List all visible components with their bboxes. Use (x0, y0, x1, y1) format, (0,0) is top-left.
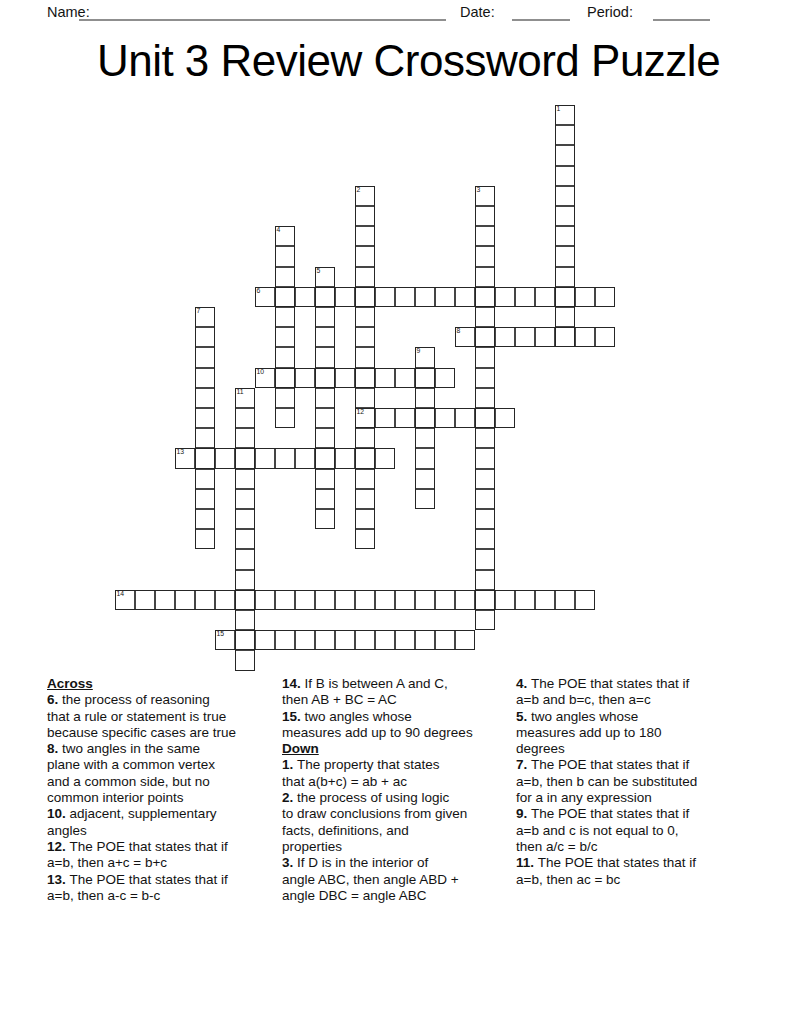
clue-number-13: 13 (177, 449, 185, 456)
cell-r12-c12[interactable] (355, 347, 375, 367)
cell-r13-c15[interactable] (415, 368, 435, 388)
cell-r15-c10[interactable] (315, 408, 335, 428)
cell-r24-c20[interactable] (515, 590, 535, 610)
clue-number-7: 7 (197, 308, 201, 315)
clue-1: 1. The property that states that a(b+c) … (282, 757, 516, 790)
cell-r10-c22[interactable] (555, 307, 575, 327)
cell-r11-c4[interactable] (195, 327, 215, 347)
cell-r8-c8[interactable] (275, 267, 295, 287)
cell-r13-c13[interactable] (375, 368, 395, 388)
cell-r20-c6[interactable] (235, 509, 255, 529)
cell-r18-c6[interactable] (235, 469, 255, 489)
cell-r17-c12[interactable] (355, 448, 375, 468)
cell-r17-c5[interactable] (215, 448, 235, 468)
clue-9: 9. The POE that states that if a=b and c… (516, 806, 756, 855)
cell-r18-c10[interactable] (315, 469, 335, 489)
cell-r24-c19[interactable] (495, 590, 515, 610)
cell-r10-c10[interactable] (315, 307, 335, 327)
cell-r26-c6[interactable] (235, 630, 255, 650)
cell-r24-c1[interactable] (135, 590, 155, 610)
cell-r16-c12[interactable] (355, 428, 375, 448)
down-heading: Down (282, 741, 516, 757)
cell-r13-c16[interactable] (435, 368, 455, 388)
cell-r24-c21[interactable] (535, 590, 555, 610)
cell-r21-c12[interactable] (355, 529, 375, 549)
cell-r17-c11[interactable] (335, 448, 355, 468)
cell-r26-c7[interactable] (255, 630, 275, 650)
cell-r13-c14[interactable] (395, 368, 415, 388)
cell-r17-c10[interactable] (315, 448, 335, 468)
cell-r9-c14[interactable] (395, 287, 415, 307)
cell-r17-c6[interactable] (235, 448, 255, 468)
worksheet-page: Name: Date: Period: Unit 3 Review Crossw… (0, 0, 791, 1024)
clue-5: 5. two angles whose measures add up to 1… (516, 709, 756, 758)
cell-r17-c4[interactable] (195, 448, 215, 468)
cell-r24-c15[interactable] (415, 590, 435, 610)
cell-r12-c8[interactable] (275, 347, 295, 367)
cell-r17-c18[interactable] (475, 448, 495, 468)
cell-r5-c22[interactable] (555, 206, 575, 226)
date-label: Date: (460, 4, 495, 20)
cell-r15-c17[interactable] (455, 408, 475, 428)
page-title: Unit 3 Review Crossword Puzzle (13, 36, 791, 86)
cell-r13-c8[interactable] (275, 368, 295, 388)
cell-r5-c18[interactable] (475, 206, 495, 226)
cell-r22-c6[interactable] (235, 549, 255, 569)
cell-r11-c19[interactable] (495, 327, 515, 347)
cell-r8-c22[interactable] (555, 267, 575, 287)
cell-r23-c6[interactable] (235, 570, 255, 590)
across-heading: Across (47, 676, 279, 692)
cell-r13-c10[interactable] (315, 368, 335, 388)
cell-r9-c9[interactable] (295, 287, 315, 307)
cell-r26-c12[interactable] (355, 630, 375, 650)
cell-r17-c9[interactable] (295, 448, 315, 468)
cell-r15-c16[interactable] (435, 408, 455, 428)
cell-r15-c8[interactable] (275, 408, 295, 428)
cell-r25-c18[interactable] (475, 610, 495, 630)
cell-r24-c22[interactable] (555, 590, 575, 610)
cell-r26-c11[interactable] (335, 630, 355, 650)
cell-r10-c18[interactable] (475, 307, 495, 327)
cell-r19-c10[interactable] (315, 489, 335, 509)
clues-column-3: 4. The POE that states that if a=b and b… (516, 676, 756, 888)
cell-r26-c16[interactable] (435, 630, 455, 650)
cell-r24-c8[interactable] (275, 590, 295, 610)
cell-r15-c6[interactable] (235, 408, 255, 428)
cell-r17-c15[interactable] (415, 448, 435, 468)
cell-r19-c6[interactable] (235, 489, 255, 509)
period-blank-line (653, 3, 710, 21)
cell-r9-c23[interactable] (575, 287, 595, 307)
cell-r25-c6[interactable] (235, 610, 255, 630)
cell-r17-c13[interactable] (375, 448, 395, 468)
cell-r14-c12[interactable] (355, 388, 375, 408)
cell-r19-c4[interactable] (195, 489, 215, 509)
cell-r26-c15[interactable] (415, 630, 435, 650)
cell-r16-c15[interactable] (415, 428, 435, 448)
cell-r11-c12[interactable] (355, 327, 375, 347)
cell-r13-c12[interactable] (355, 368, 375, 388)
clue-number-4: 4 (277, 227, 281, 234)
cell-r26-c13[interactable] (375, 630, 395, 650)
clue-12: 12. The POE that states that if a=b, the… (47, 839, 279, 872)
cell-r13-c4[interactable] (195, 368, 215, 388)
cell-r9-c10[interactable] (315, 287, 335, 307)
cell-r2-c22[interactable] (555, 145, 575, 165)
clues-column-1: Across6. the process of reasoning that a… (47, 676, 279, 904)
cell-r9-c21[interactable] (535, 287, 555, 307)
cell-r17-c7[interactable] (255, 448, 275, 468)
cell-r15-c19[interactable] (495, 408, 515, 428)
cell-r9-c12[interactable] (355, 287, 375, 307)
cell-r9-c16[interactable] (435, 287, 455, 307)
cell-r11-c8[interactable] (275, 327, 295, 347)
clues-column-2: 14. If B is between A and C, then AB + B… (282, 676, 516, 904)
cell-r6-c18[interactable] (475, 226, 495, 246)
cell-r23-c18[interactable] (475, 570, 495, 590)
cell-r11-c24[interactable] (595, 327, 615, 347)
clue-2: 2. the process of using logic to draw co… (282, 790, 516, 855)
cell-r5-c12[interactable] (355, 206, 375, 226)
clue-11: 11. The POE that states that if a=b, the… (516, 855, 756, 888)
cell-r13-c18[interactable] (475, 368, 495, 388)
cell-r10-c12[interactable] (355, 307, 375, 327)
cell-r8-c12[interactable] (355, 267, 375, 287)
cell-r15-c14[interactable] (395, 408, 415, 428)
cell-r19-c15[interactable] (415, 489, 435, 509)
clue-13: 13. The POE that states that if a=b, the… (47, 872, 279, 905)
cell-r11-c18[interactable] (475, 327, 495, 347)
cell-r24-c6[interactable] (235, 590, 255, 610)
cell-r11-c21[interactable] (535, 327, 555, 347)
clue-number-9: 9 (417, 348, 421, 355)
cell-r22-c18[interactable] (475, 549, 495, 569)
cell-r24-c17[interactable] (455, 590, 475, 610)
cell-r26-c10[interactable] (315, 630, 335, 650)
cell-r14-c4[interactable] (195, 388, 215, 408)
cell-r6-c12[interactable] (355, 226, 375, 246)
cell-r7-c22[interactable] (555, 246, 575, 266)
name-blank-line (79, 3, 446, 21)
cell-r18-c4[interactable] (195, 469, 215, 489)
cell-r9-c8[interactable] (275, 287, 295, 307)
cell-r20-c12[interactable] (355, 509, 375, 529)
cell-r7-c12[interactable] (355, 246, 375, 266)
cell-r9-c20[interactable] (515, 287, 535, 307)
clue-14: 14. If B is between A and C, then AB + B… (282, 676, 516, 709)
cell-r9-c22[interactable] (555, 287, 575, 307)
cell-r11-c20[interactable] (515, 327, 535, 347)
cell-r24-c16[interactable] (435, 590, 455, 610)
cell-r7-c18[interactable] (475, 246, 495, 266)
cell-r14-c10[interactable] (315, 388, 335, 408)
cell-r15-c18[interactable] (475, 408, 495, 428)
cell-r3-c22[interactable] (555, 166, 575, 186)
cell-r16-c4[interactable] (195, 428, 215, 448)
cell-r16-c10[interactable] (315, 428, 335, 448)
clue-number-6: 6 (257, 288, 261, 295)
cell-r24-c11[interactable] (335, 590, 355, 610)
cell-r13-c9[interactable] (295, 368, 315, 388)
cell-r24-c12[interactable] (355, 590, 375, 610)
cell-r20-c4[interactable] (195, 509, 215, 529)
clue-15: 15. two angles whose measures add up to … (282, 709, 516, 742)
cell-r20-c18[interactable] (475, 509, 495, 529)
cell-r19-c12[interactable] (355, 489, 375, 509)
cell-r21-c18[interactable] (475, 529, 495, 549)
cell-r26-c14[interactable] (395, 630, 415, 650)
cell-r15-c13[interactable] (375, 408, 395, 428)
clue-3: 3. If D is in the interior of angle ABC,… (282, 855, 516, 904)
period-label: Period: (587, 4, 633, 20)
cell-r24-c2[interactable] (155, 590, 175, 610)
cell-r24-c9[interactable] (295, 590, 315, 610)
clue-4: 4. The POE that states that if a=b and b… (516, 676, 756, 709)
clue-number-5: 5 (317, 268, 321, 275)
cell-r24-c14[interactable] (395, 590, 415, 610)
cell-r21-c6[interactable] (235, 529, 255, 549)
clue-number-3: 3 (477, 187, 481, 194)
cell-r18-c18[interactable] (475, 469, 495, 489)
cell-r26-c9[interactable] (295, 630, 315, 650)
clue-number-14: 14 (117, 591, 125, 598)
cell-r1-c22[interactable] (555, 125, 575, 145)
cell-r9-c24[interactable] (595, 287, 615, 307)
cell-r14-c15[interactable] (415, 388, 435, 408)
clue-10: 10. adjacent, supplementary angles (47, 806, 279, 839)
cell-r11-c23[interactable] (575, 327, 595, 347)
cell-r24-c23[interactable] (575, 590, 595, 610)
cell-r11-c22[interactable] (555, 327, 575, 347)
cell-r15-c4[interactable] (195, 408, 215, 428)
cell-r10-c8[interactable] (275, 307, 295, 327)
cell-r24-c18[interactable] (475, 590, 495, 610)
cell-r8-c18[interactable] (475, 267, 495, 287)
clue-6: 6. the process of reasoning that a rule … (47, 692, 279, 741)
cell-r14-c18[interactable] (475, 388, 495, 408)
cell-r24-c5[interactable] (215, 590, 235, 610)
clue-number-15: 15 (217, 631, 225, 638)
clue-number-2: 2 (357, 187, 361, 194)
cell-r21-c4[interactable] (195, 529, 215, 549)
cell-r18-c15[interactable] (415, 469, 435, 489)
clue-7: 7. The POE that states that if a=b, then… (516, 757, 756, 806)
cell-r13-c11[interactable] (335, 368, 355, 388)
cell-r7-c8[interactable] (275, 246, 295, 266)
cell-r24-c7[interactable] (255, 590, 275, 610)
cell-r20-c10[interactable] (315, 509, 335, 529)
cell-r26-c17[interactable] (455, 630, 475, 650)
cell-r24-c4[interactable] (195, 590, 215, 610)
crossword-grid: 123456789101112131415 (115, 105, 616, 671)
clue-number-12: 12 (357, 409, 365, 416)
cell-r9-c17[interactable] (455, 287, 475, 307)
clue-number-11: 11 (237, 389, 244, 396)
cell-r9-c11[interactable] (335, 287, 355, 307)
cell-r6-c22[interactable] (555, 226, 575, 246)
cell-r24-c10[interactable] (315, 590, 335, 610)
cell-r24-c3[interactable] (175, 590, 195, 610)
cell-r19-c18[interactable] (475, 489, 495, 509)
cell-r12-c18[interactable] (475, 347, 495, 367)
cell-r12-c4[interactable] (195, 347, 215, 367)
clue-number-8: 8 (457, 328, 461, 335)
clue-number-10: 10 (257, 369, 265, 376)
cell-r11-c10[interactable] (315, 327, 335, 347)
cell-r4-c22[interactable] (555, 186, 575, 206)
cell-r15-c15[interactable] (415, 408, 435, 428)
cell-r9-c15[interactable] (415, 287, 435, 307)
cell-r12-c10[interactable] (315, 347, 335, 367)
cell-r24-c13[interactable] (375, 590, 395, 610)
date-blank-line (512, 3, 570, 21)
clue-number-1: 1 (557, 106, 561, 113)
clue-8: 8. two angles in the same plane with a c… (47, 741, 279, 806)
cell-r16-c18[interactable] (475, 428, 495, 448)
cell-r27-c6[interactable] (235, 650, 255, 670)
cell-r16-c6[interactable] (235, 428, 255, 448)
cell-r9-c13[interactable] (375, 287, 395, 307)
cell-r9-c19[interactable] (495, 287, 515, 307)
cell-r14-c8[interactable] (275, 388, 295, 408)
cell-r17-c8[interactable] (275, 448, 295, 468)
cell-r9-c18[interactable] (475, 287, 495, 307)
cell-r26-c8[interactable] (275, 630, 295, 650)
cell-r18-c12[interactable] (355, 469, 375, 489)
